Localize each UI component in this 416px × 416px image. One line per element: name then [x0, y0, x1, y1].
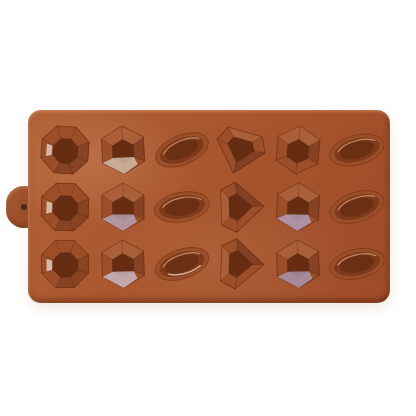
cavity-r2c4-diamond-gem [211, 179, 269, 236]
cavity-r2c2-hexagon-gem [94, 179, 152, 236]
cavity-r2c6-oval-gem [328, 179, 386, 236]
octagon-gem-cavity [38, 124, 91, 177]
cavity-r1c4-diamond-gem [211, 122, 269, 179]
hexagon-gem-cavity [273, 181, 325, 233]
cavity-r1c2-hexagon-gem [94, 122, 152, 179]
hexagon-gem-cavity [273, 238, 325, 290]
cavity-r1c3-oval-gem [153, 122, 211, 179]
cavity-r3c4-diamond-gem [211, 235, 269, 292]
hexagon-gem-cavity [271, 123, 325, 177]
cavity-r3c6-oval-gem [328, 235, 386, 292]
cavity-r3c2-hexagon-gem [94, 235, 152, 292]
oval-gem-cavity [323, 121, 391, 180]
oval-gem-cavity [146, 118, 217, 182]
cavity-grid [36, 122, 386, 292]
cavity-r3c1-octagon-gem [36, 235, 94, 292]
cavity-r1c1-octagon-gem [36, 122, 94, 179]
oval-gem-cavity [322, 176, 391, 238]
cavity-r1c6-oval-gem [328, 122, 386, 179]
hexagon-gem-cavity [98, 182, 148, 232]
cavity-r2c5-hexagon-gem [269, 179, 327, 236]
cavity-r3c5-hexagon-gem [269, 235, 327, 292]
octagon-gem-cavity [39, 181, 91, 233]
oval-gem-cavity [147, 233, 216, 295]
chocolate-mold [28, 110, 390, 303]
oval-gem-cavity [149, 179, 214, 234]
photo-background [0, 0, 416, 416]
octagon-gem-cavity [40, 239, 90, 289]
diamond-gem-cavity [208, 118, 272, 182]
cavity-r3c3-oval-gem [153, 235, 211, 292]
oval-gem-cavity [324, 235, 390, 292]
cavity-r2c1-octagon-gem [36, 179, 94, 236]
cavity-r1c5-hexagon-gem [269, 122, 327, 179]
cavity-r2c3-oval-gem [153, 179, 211, 236]
hexagon-gem-cavity [98, 238, 150, 290]
hexagon-gem-cavity [97, 124, 150, 177]
diamond-gem-cavity [213, 237, 267, 291]
tab-hole [20, 203, 28, 211]
diamond-gem-cavity [213, 180, 267, 234]
